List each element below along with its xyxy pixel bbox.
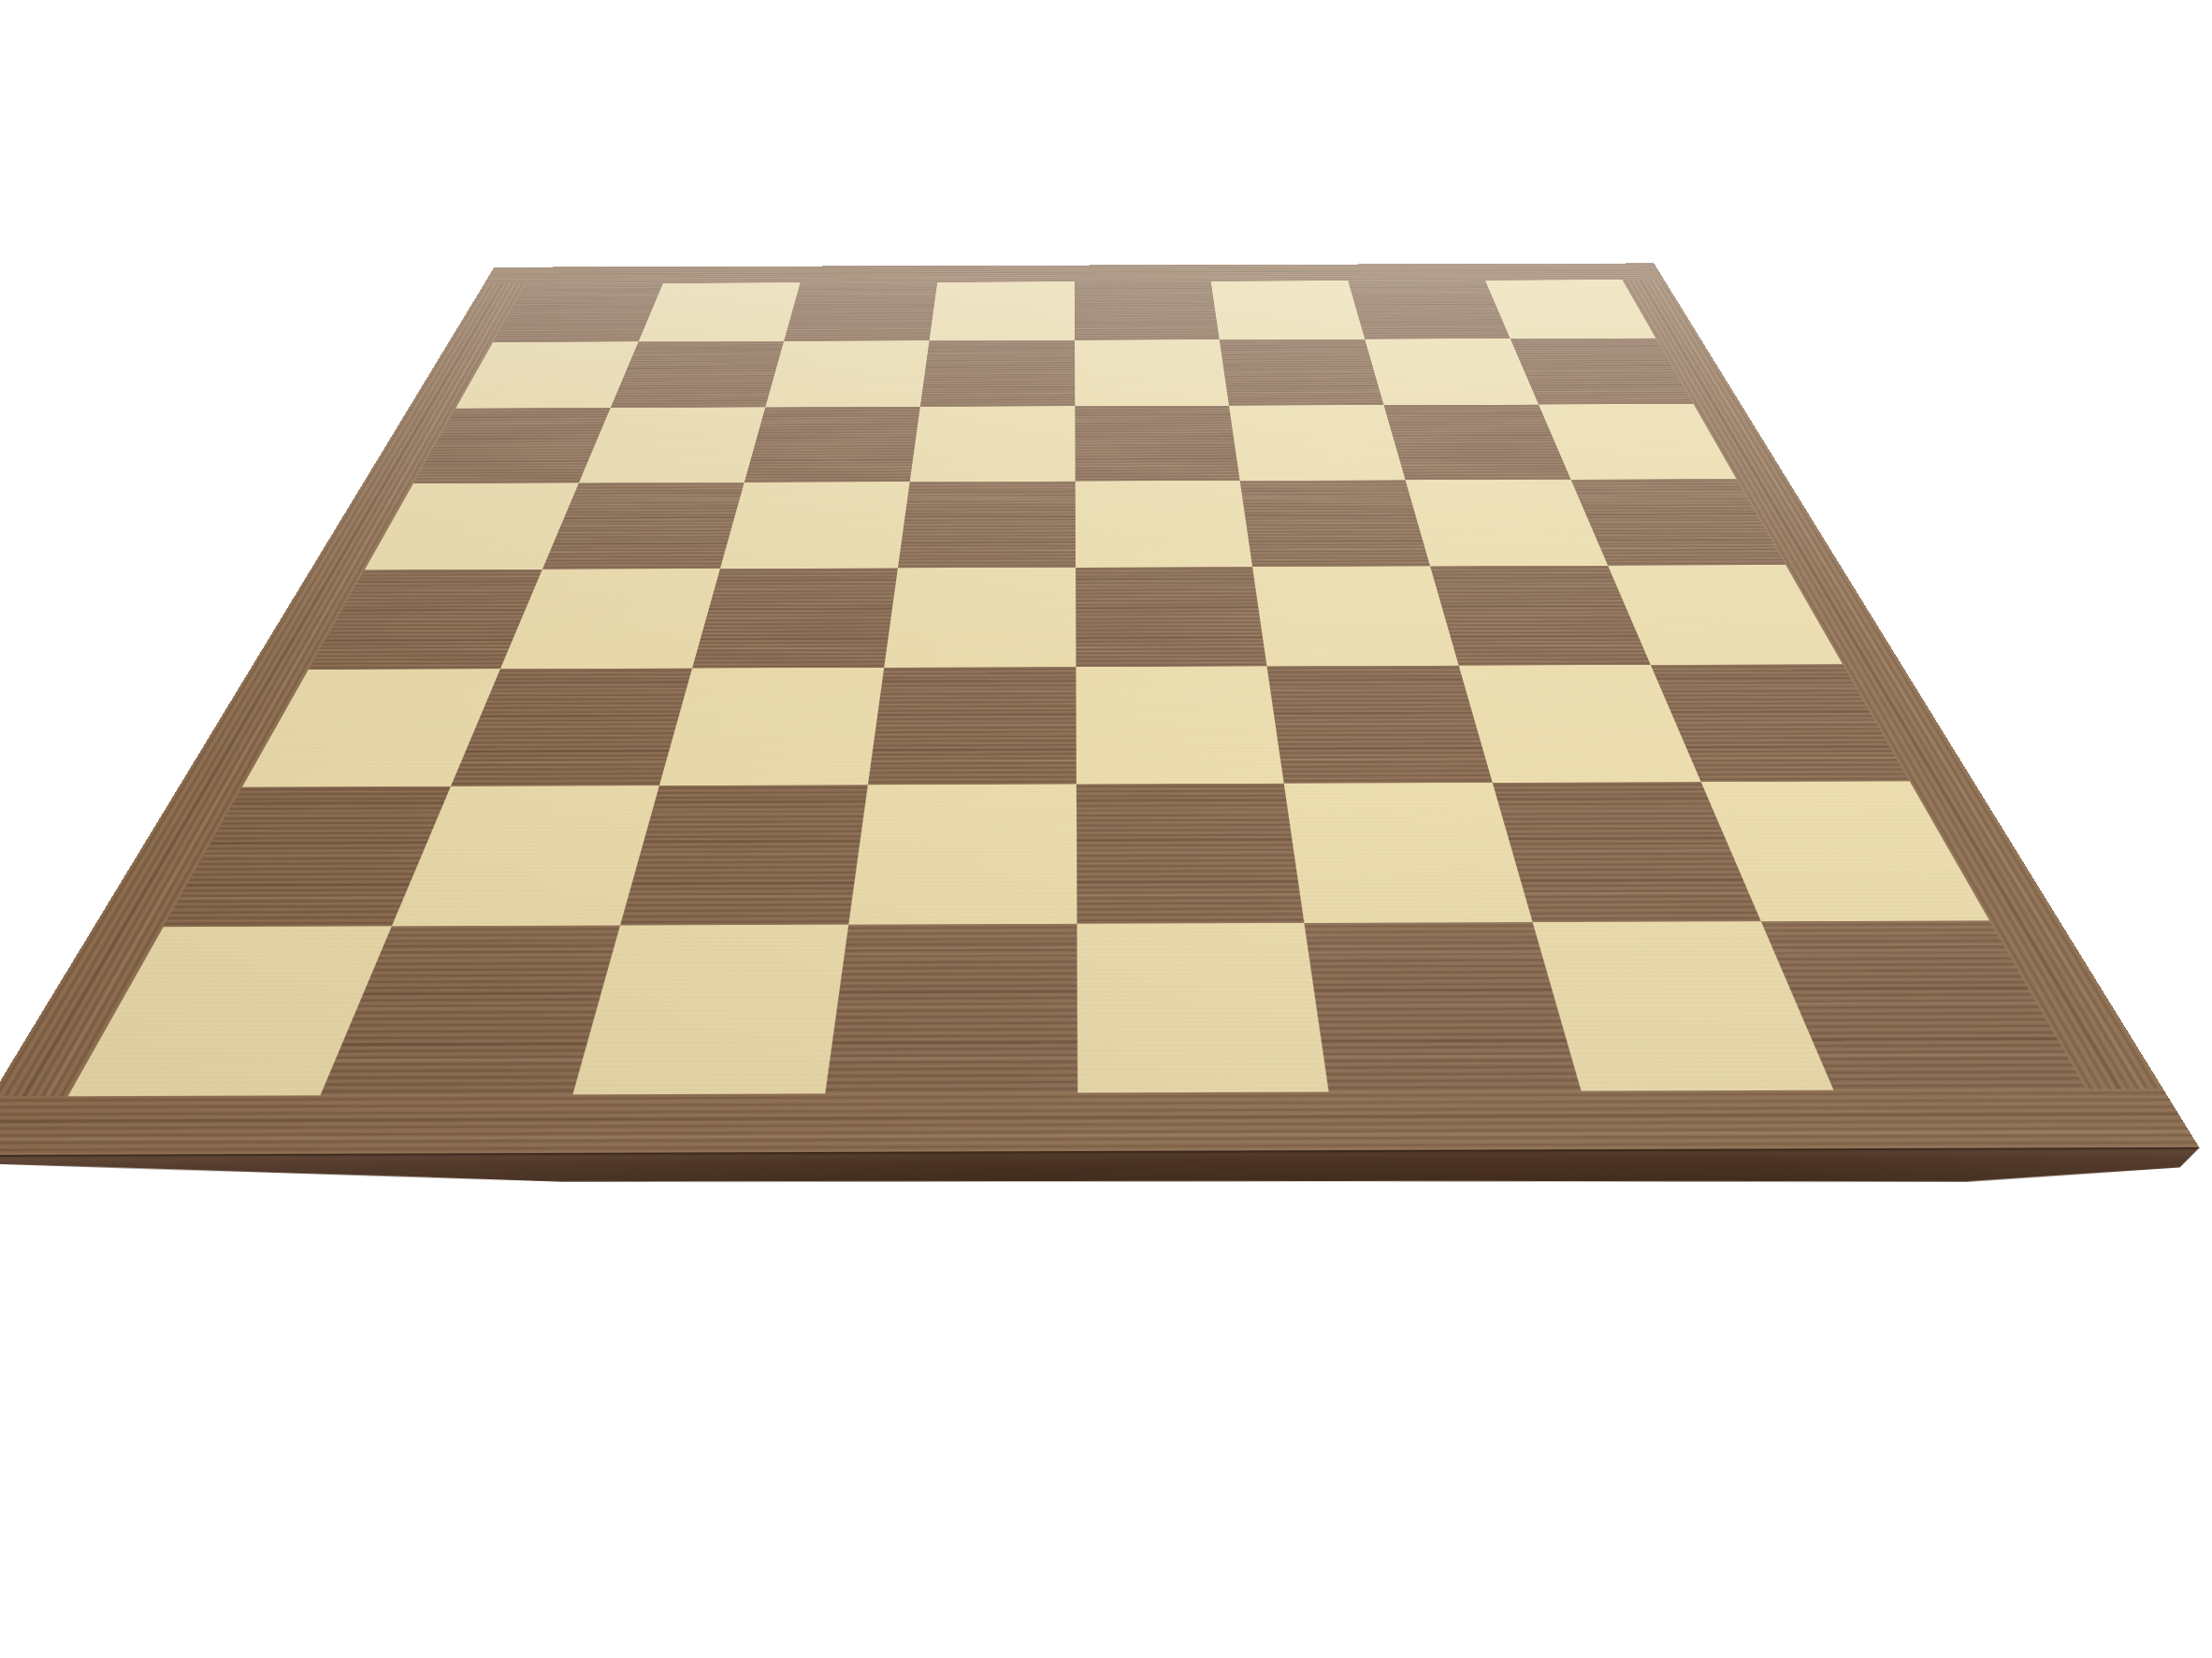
square-r7c2-light bbox=[572, 925, 848, 1095]
square-r6c2-dark bbox=[620, 785, 868, 925]
square-r0c6-dark bbox=[1348, 281, 1510, 339]
square-r1c3-dark bbox=[920, 340, 1075, 407]
board-border-near bbox=[0, 1089, 2199, 1155]
square-r2c4-dark bbox=[1075, 406, 1240, 482]
square-r2c2-dark bbox=[745, 407, 920, 483]
square-r4c5-light bbox=[1252, 566, 1459, 666]
square-r1c4-light bbox=[1075, 339, 1230, 406]
square-r1c5-dark bbox=[1220, 339, 1384, 406]
square-r3c3-dark bbox=[898, 481, 1076, 568]
square-r0c3-light bbox=[929, 281, 1074, 340]
square-r0c2-dark bbox=[784, 282, 937, 341]
square-r3c5-dark bbox=[1240, 480, 1430, 567]
square-r1c2-light bbox=[765, 340, 929, 407]
square-r0c4-dark bbox=[1074, 281, 1220, 340]
square-r4c4-dark bbox=[1075, 567, 1266, 667]
square-r2c5-light bbox=[1229, 405, 1405, 481]
square-r7c4-light bbox=[1077, 923, 1329, 1092]
photo-background bbox=[0, 0, 2212, 1658]
square-r6c5-light bbox=[1284, 783, 1533, 923]
square-r5c2-light bbox=[659, 668, 884, 786]
square-r2c1-light bbox=[579, 407, 765, 483]
square-r1c6-light bbox=[1365, 339, 1539, 405]
square-r5c3-dark bbox=[867, 667, 1076, 785]
square-r4c3-light bbox=[884, 568, 1076, 669]
square-r3c4-light bbox=[1075, 481, 1252, 568]
square-r5c5-dark bbox=[1267, 666, 1493, 784]
square-r3c1-dark bbox=[542, 483, 745, 569]
chess-board-top-face bbox=[0, 263, 2199, 1155]
chess-board bbox=[0, 0, 2212, 1658]
chess-board-grid bbox=[68, 280, 2087, 1096]
square-r6c3-light bbox=[848, 785, 1077, 925]
square-r0c5-light bbox=[1211, 281, 1365, 339]
square-r2c3-light bbox=[909, 406, 1075, 482]
square-r3c2-light bbox=[720, 482, 910, 569]
square-r6c4-dark bbox=[1076, 784, 1305, 924]
square-r0c1-light bbox=[639, 282, 801, 341]
square-r7c3-dark bbox=[825, 924, 1077, 1094]
square-r4c2-dark bbox=[692, 568, 898, 669]
square-r5c4-light bbox=[1076, 667, 1284, 785]
square-r1c1-dark bbox=[611, 341, 784, 408]
